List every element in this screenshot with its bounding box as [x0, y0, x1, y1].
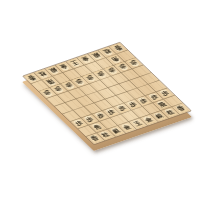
photo-canvas: 香桂銀金王金銀桂香飛角歩歩歩歩歩歩歩歩歩歩歩歩歩歩歩歩歩歩角飛香桂銀金玉金銀桂香 — [0, 0, 200, 200]
shogi-board: 香桂銀金王金銀桂香飛角歩歩歩歩歩歩歩歩歩歩歩歩歩歩歩歩歩歩角飛香桂銀金玉金銀桂香 — [22, 42, 192, 145]
